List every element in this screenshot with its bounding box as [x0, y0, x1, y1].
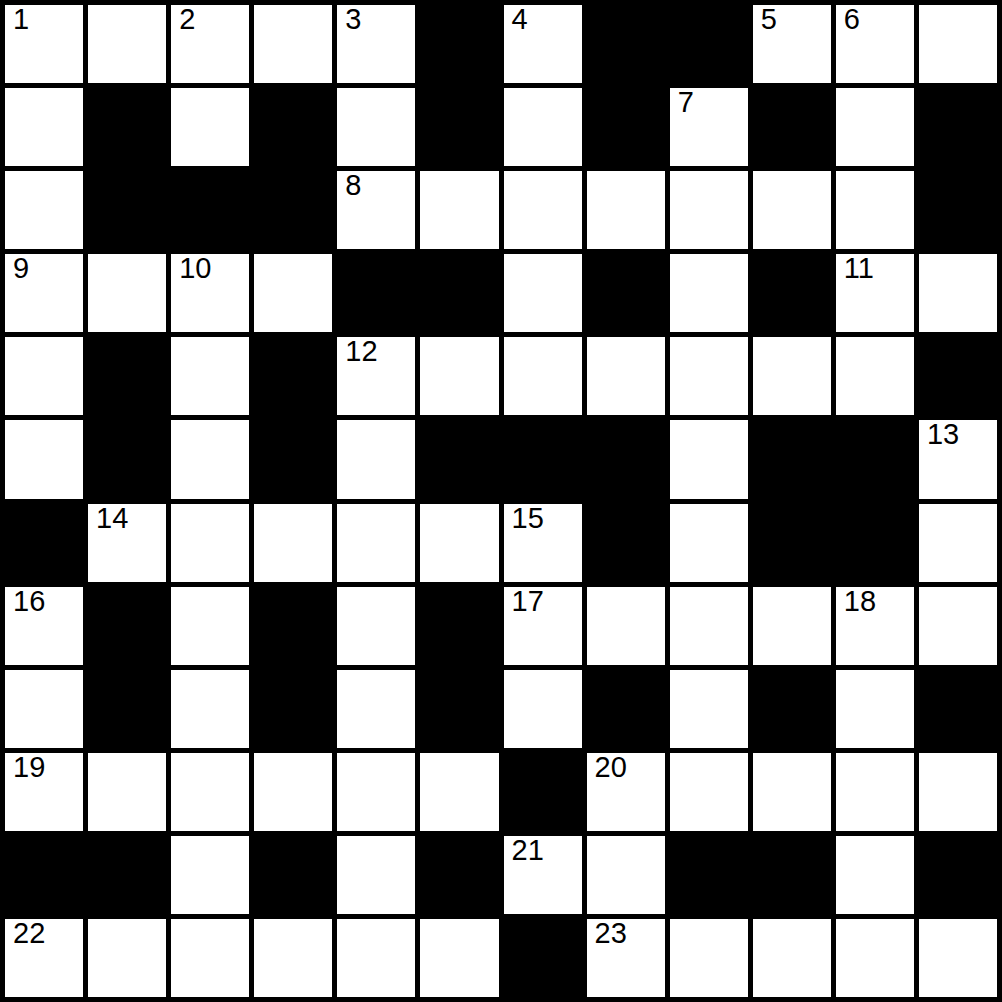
clue-number: 6 — [844, 5, 860, 34]
clue-number: 19 — [13, 753, 45, 782]
white-cell[interactable] — [88, 753, 166, 831]
white-cell[interactable] — [337, 504, 415, 582]
white-cell[interactable] — [420, 753, 498, 831]
black-cell — [587, 420, 665, 498]
white-cell[interactable]: 22 — [5, 919, 83, 997]
white-cell[interactable] — [254, 504, 332, 582]
white-cell[interactable] — [254, 5, 332, 83]
white-cell[interactable] — [504, 337, 582, 415]
white-cell[interactable]: 15 — [504, 504, 582, 582]
black-cell — [587, 670, 665, 748]
white-cell[interactable]: 12 — [337, 337, 415, 415]
white-cell[interactable] — [171, 504, 249, 582]
white-cell[interactable] — [670, 171, 748, 249]
white-cell[interactable] — [504, 670, 582, 748]
clue-number: 9 — [13, 254, 29, 283]
white-cell[interactable] — [670, 670, 748, 748]
crossword-board: 1234567891011121314151617181920212223 — [0, 0, 1002, 1002]
white-cell[interactable] — [919, 5, 997, 83]
black-cell — [5, 504, 83, 582]
clue-number: 20 — [595, 753, 627, 782]
black-cell — [919, 337, 997, 415]
white-cell[interactable]: 1 — [5, 5, 83, 83]
black-cell — [88, 670, 166, 748]
white-cell[interactable]: 7 — [670, 88, 748, 166]
black-cell — [919, 670, 997, 748]
clue-number: 16 — [13, 587, 45, 616]
white-cell[interactable] — [504, 254, 582, 332]
white-cell[interactable] — [171, 420, 249, 498]
white-cell[interactable] — [88, 919, 166, 997]
clue-number: 11 — [844, 254, 874, 283]
black-cell — [753, 670, 831, 748]
white-cell[interactable]: 6 — [836, 5, 914, 83]
clue-number: 18 — [844, 587, 876, 616]
white-cell[interactable] — [670, 753, 748, 831]
black-cell — [254, 171, 332, 249]
black-cell — [587, 254, 665, 332]
white-cell[interactable]: 21 — [504, 836, 582, 914]
black-cell — [171, 171, 249, 249]
clue-number: 21 — [512, 836, 544, 865]
white-cell[interactable] — [171, 836, 249, 914]
black-cell — [88, 337, 166, 415]
white-cell[interactable]: 20 — [587, 753, 665, 831]
white-cell[interactable] — [88, 254, 166, 332]
black-cell — [504, 919, 582, 997]
white-cell[interactable]: 9 — [5, 254, 83, 332]
white-cell[interactable] — [5, 420, 83, 498]
white-cell[interactable] — [171, 670, 249, 748]
white-cell[interactable]: 18 — [836, 587, 914, 665]
white-cell[interactable] — [171, 337, 249, 415]
black-cell — [337, 254, 415, 332]
white-cell[interactable]: 2 — [171, 5, 249, 83]
clue-number: 13 — [927, 420, 959, 449]
clue-number: 8 — [345, 171, 361, 200]
white-cell[interactable] — [5, 670, 83, 748]
clue-number: 1 — [13, 5, 29, 34]
white-cell[interactable] — [337, 753, 415, 831]
white-cell[interactable]: 5 — [753, 5, 831, 83]
clue-number: 22 — [13, 919, 45, 948]
black-cell — [836, 420, 914, 498]
black-cell — [420, 254, 498, 332]
white-cell[interactable] — [753, 919, 831, 997]
white-cell[interactable] — [919, 753, 997, 831]
white-cell[interactable] — [919, 254, 997, 332]
clue-number: 23 — [595, 919, 627, 948]
black-cell — [504, 753, 582, 831]
white-cell[interactable] — [836, 337, 914, 415]
black-cell — [420, 420, 498, 498]
black-cell — [670, 5, 748, 83]
black-cell — [753, 504, 831, 582]
black-cell — [88, 88, 166, 166]
black-cell — [753, 836, 831, 914]
white-cell[interactable] — [5, 88, 83, 166]
white-cell[interactable] — [753, 753, 831, 831]
white-cell[interactable] — [171, 753, 249, 831]
black-cell — [5, 836, 83, 914]
black-cell — [420, 670, 498, 748]
white-cell[interactable]: 11 — [836, 254, 914, 332]
white-cell[interactable] — [919, 587, 997, 665]
white-cell[interactable] — [337, 88, 415, 166]
white-cell[interactable]: 3 — [337, 5, 415, 83]
white-cell[interactable]: 4 — [504, 5, 582, 83]
clue-number: 14 — [96, 504, 128, 533]
white-cell[interactable] — [670, 587, 748, 665]
clue-number: 10 — [179, 254, 211, 283]
white-cell[interactable] — [337, 587, 415, 665]
white-cell[interactable] — [587, 171, 665, 249]
clue-number: 15 — [512, 504, 544, 533]
black-cell — [919, 171, 997, 249]
white-cell[interactable] — [919, 919, 997, 997]
white-cell[interactable] — [420, 337, 498, 415]
white-cell[interactable] — [587, 836, 665, 914]
white-cell[interactable] — [836, 88, 914, 166]
white-cell[interactable] — [337, 420, 415, 498]
white-cell[interactable] — [171, 587, 249, 665]
black-cell — [254, 88, 332, 166]
white-cell[interactable] — [254, 753, 332, 831]
white-cell[interactable] — [670, 337, 748, 415]
white-cell[interactable] — [919, 504, 997, 582]
white-cell[interactable] — [171, 88, 249, 166]
black-cell — [420, 5, 498, 83]
black-cell — [753, 420, 831, 498]
white-cell[interactable]: 14 — [88, 504, 166, 582]
white-cell[interactable]: 16 — [5, 587, 83, 665]
black-cell — [753, 88, 831, 166]
black-cell — [420, 587, 498, 665]
black-cell — [587, 5, 665, 83]
black-cell — [254, 337, 332, 415]
black-cell — [254, 670, 332, 748]
white-cell[interactable] — [5, 171, 83, 249]
black-cell — [254, 587, 332, 665]
white-cell[interactable] — [753, 587, 831, 665]
clue-number: 2 — [179, 5, 195, 34]
white-cell[interactable] — [171, 919, 249, 997]
white-cell[interactable] — [836, 171, 914, 249]
black-cell — [919, 836, 997, 914]
clue-number: 12 — [345, 337, 377, 366]
black-cell — [670, 836, 748, 914]
black-cell — [420, 88, 498, 166]
black-cell — [836, 504, 914, 582]
clue-number: 5 — [761, 5, 777, 34]
clue-number: 17 — [512, 587, 544, 616]
white-cell[interactable] — [670, 919, 748, 997]
white-cell[interactable] — [670, 504, 748, 582]
black-cell — [420, 836, 498, 914]
white-cell[interactable] — [337, 836, 415, 914]
black-cell — [254, 836, 332, 914]
white-cell[interactable]: 8 — [337, 171, 415, 249]
black-cell — [504, 420, 582, 498]
white-cell[interactable] — [836, 670, 914, 748]
black-cell — [919, 88, 997, 166]
white-cell[interactable] — [337, 670, 415, 748]
clue-number: 4 — [512, 5, 528, 34]
white-cell[interactable]: 13 — [919, 420, 997, 498]
white-cell[interactable] — [836, 753, 914, 831]
white-cell[interactable] — [836, 836, 914, 914]
white-cell[interactable] — [504, 171, 582, 249]
white-cell[interactable] — [670, 420, 748, 498]
white-cell[interactable] — [254, 919, 332, 997]
black-cell — [587, 88, 665, 166]
white-cell[interactable]: 10 — [171, 254, 249, 332]
clue-number: 7 — [678, 88, 694, 117]
white-cell[interactable] — [254, 254, 332, 332]
white-cell[interactable] — [420, 919, 498, 997]
black-cell — [88, 171, 166, 249]
white-cell[interactable] — [420, 504, 498, 582]
white-cell[interactable] — [5, 337, 83, 415]
white-cell[interactable] — [753, 337, 831, 415]
white-cell[interactable]: 17 — [504, 587, 582, 665]
black-cell — [88, 587, 166, 665]
black-cell — [88, 836, 166, 914]
black-cell — [88, 420, 166, 498]
white-cell[interactable] — [337, 919, 415, 997]
white-cell[interactable] — [587, 337, 665, 415]
white-cell[interactable] — [753, 171, 831, 249]
black-cell — [753, 254, 831, 332]
white-cell[interactable]: 23 — [587, 919, 665, 997]
white-cell[interactable] — [836, 919, 914, 997]
white-cell[interactable] — [587, 587, 665, 665]
white-cell[interactable] — [420, 171, 498, 249]
white-cell[interactable] — [670, 254, 748, 332]
black-cell — [587, 504, 665, 582]
white-cell[interactable] — [88, 5, 166, 83]
black-cell — [254, 420, 332, 498]
clue-number: 3 — [345, 5, 361, 34]
white-cell[interactable] — [504, 88, 582, 166]
white-cell[interactable]: 19 — [5, 753, 83, 831]
